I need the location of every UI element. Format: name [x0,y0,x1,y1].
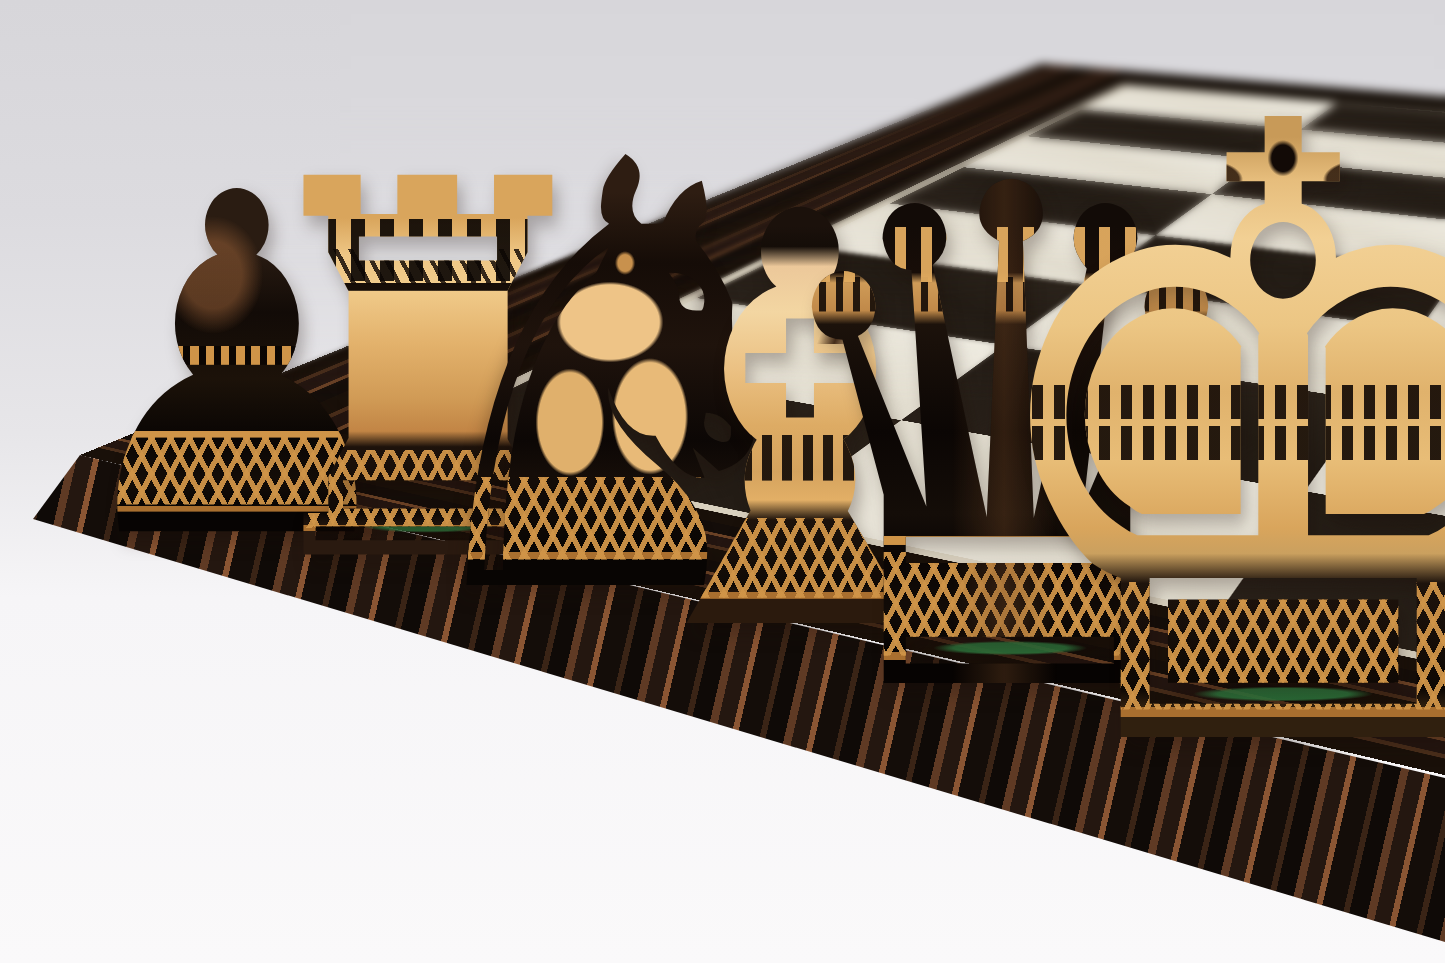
photo-scene: ♟ ♜ ♞ ♝ ♛ ♚ [0,0,1445,963]
king-glyph: ♚ [922,18,1445,868]
piece-king[interactable]: ♚ [858,18,1445,868]
